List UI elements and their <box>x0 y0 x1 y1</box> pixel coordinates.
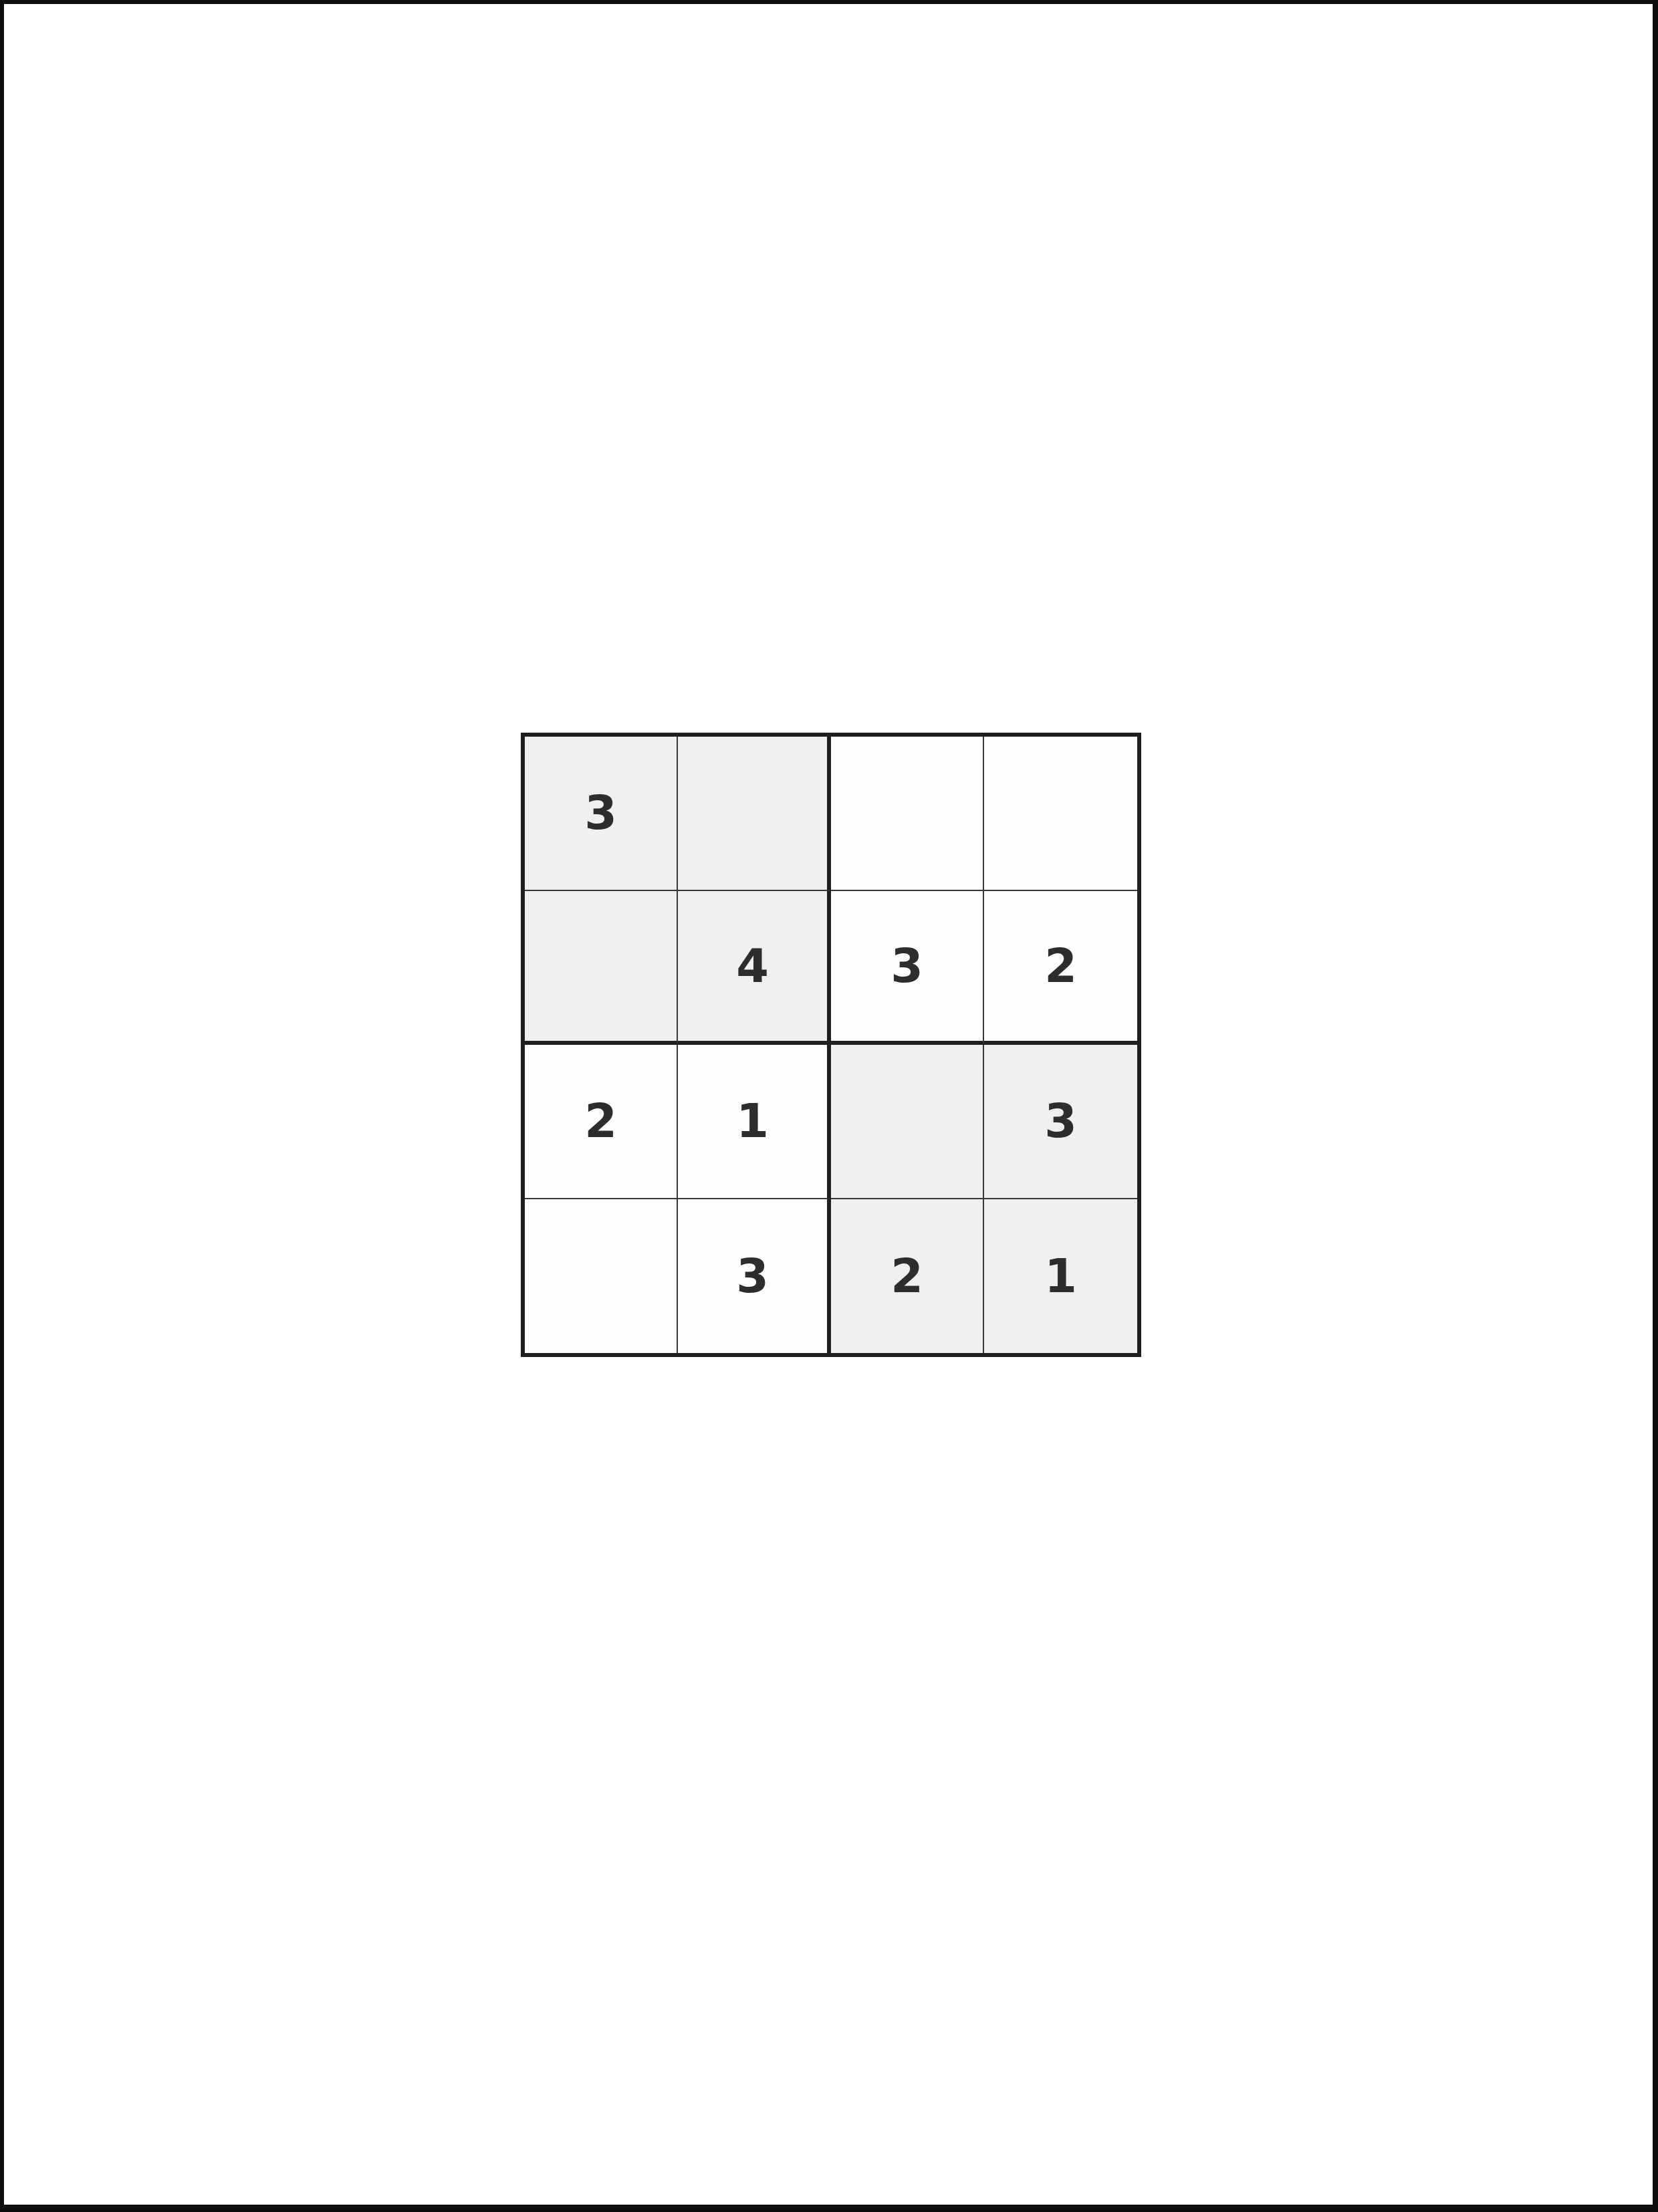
cell-r3c4-given: 3 <box>984 1045 1137 1199</box>
cell-r3c2-given: 1 <box>678 1045 831 1199</box>
worksheet-page: 3432213321 <box>0 0 1658 2212</box>
sudoku-board: 3432213321 <box>521 733 1141 1357</box>
cell-r1c3-empty[interactable] <box>831 737 984 891</box>
cell-r4c1-empty[interactable] <box>525 1199 678 1354</box>
cell-r4c2-given: 3 <box>678 1199 831 1354</box>
cell-r2c1-empty[interactable] <box>525 891 678 1046</box>
cell-r2c2-given: 4 <box>678 891 831 1046</box>
cell-r1c2-empty[interactable] <box>678 737 831 891</box>
cell-r2c4-given: 2 <box>984 891 1137 1046</box>
cell-r1c1-given: 3 <box>525 737 678 891</box>
cell-r3c3-empty[interactable] <box>831 1045 984 1199</box>
cell-r4c3-given: 2 <box>831 1199 984 1354</box>
cell-r1c4-empty[interactable] <box>984 737 1137 891</box>
cell-r2c3-given: 3 <box>831 891 984 1046</box>
cell-r4c4-given: 1 <box>984 1199 1137 1354</box>
cell-r3c1-given: 2 <box>525 1045 678 1199</box>
